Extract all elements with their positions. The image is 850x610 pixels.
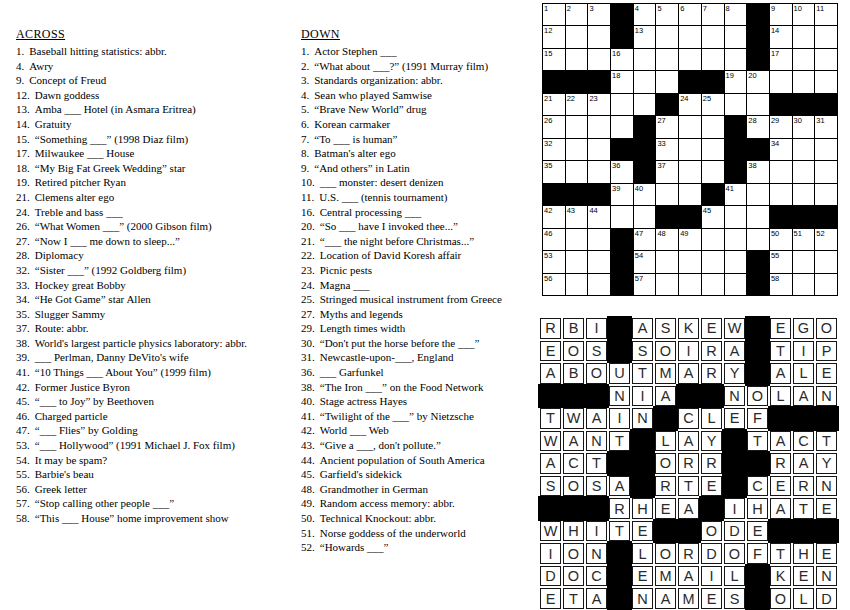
entry-cell[interactable] bbox=[566, 229, 588, 250]
clue: 21.Clemens alter ego bbox=[16, 190, 298, 205]
clue: 38.World's largest particle physics labo… bbox=[16, 336, 298, 351]
clue-number: 44. bbox=[301, 453, 315, 468]
clue-number: 21. bbox=[301, 234, 315, 249]
entry-cell[interactable]: 28 bbox=[747, 116, 769, 137]
entry-cell[interactable] bbox=[566, 251, 588, 272]
entry-cell[interactable]: 32 bbox=[543, 139, 565, 160]
entry-cell[interactable]: 36 bbox=[611, 161, 633, 182]
solution-cell: O bbox=[586, 363, 607, 384]
clue-number: 14. bbox=[16, 117, 30, 132]
entry-cell[interactable] bbox=[702, 49, 724, 70]
entry-cell[interactable] bbox=[702, 116, 724, 137]
entry-cell[interactable] bbox=[702, 229, 724, 250]
solution-cell: E bbox=[770, 318, 791, 339]
solution-cell: A bbox=[678, 431, 699, 452]
clue-number: 4. bbox=[16, 59, 24, 74]
entry-cell[interactable] bbox=[793, 71, 815, 92]
solution-cell: I bbox=[540, 543, 561, 564]
entry-cell[interactable] bbox=[588, 26, 610, 47]
entry-cell[interactable]: 26 bbox=[543, 116, 565, 137]
entry-cell[interactable] bbox=[679, 26, 701, 47]
block-cell bbox=[586, 498, 607, 519]
entry-cell[interactable] bbox=[566, 139, 588, 160]
entry-cell[interactable] bbox=[815, 274, 837, 295]
block-cell bbox=[678, 521, 699, 542]
entry-cell[interactable] bbox=[588, 161, 610, 182]
across-clues-panel: ACROSS 1.Baseball hitting statistics: ab… bbox=[16, 27, 298, 526]
clue: 9.“And others” in Latin bbox=[301, 161, 549, 176]
entry-cell[interactable]: 18 bbox=[611, 71, 633, 92]
entry-cell[interactable] bbox=[656, 49, 678, 70]
entry-cell[interactable]: 45 bbox=[702, 206, 724, 227]
entry-cell[interactable] bbox=[588, 251, 610, 272]
block-cell bbox=[816, 408, 837, 429]
clue-text: “He Got Game” star Allen bbox=[35, 293, 151, 305]
clue-number: 10. bbox=[301, 175, 315, 190]
entry-cell[interactable] bbox=[679, 49, 701, 70]
entry-cell[interactable]: 57 bbox=[634, 274, 656, 295]
clue-number: 16. bbox=[301, 205, 315, 220]
entry-cell[interactable]: 19 bbox=[725, 71, 747, 92]
entry-cell[interactable] bbox=[793, 139, 815, 160]
clue: 27.“Now I ___ me down to sleep...” bbox=[16, 234, 298, 249]
clue-text: “Sister ___” (1992 Goldberg film) bbox=[35, 264, 186, 276]
solution-cell: O bbox=[770, 588, 791, 609]
clue-text: Hockey great Bobby bbox=[35, 279, 126, 291]
entry-cell[interactable] bbox=[656, 274, 678, 295]
entry-cell[interactable] bbox=[611, 116, 633, 137]
solution-cell: Y bbox=[724, 363, 745, 384]
block-cell bbox=[747, 588, 768, 609]
entry-cell[interactable]: 34 bbox=[770, 139, 792, 160]
clue-text: “This ___ House” home improvement show bbox=[35, 512, 229, 524]
entry-cell[interactable]: 29 bbox=[770, 116, 792, 137]
entry-cell[interactable] bbox=[747, 184, 769, 205]
solution-cell: M bbox=[678, 588, 699, 609]
entry-cell[interactable]: 9 bbox=[770, 4, 792, 25]
entry-cell[interactable] bbox=[815, 139, 837, 160]
entry-cell[interactable]: 56 bbox=[543, 274, 565, 295]
entry-cell[interactable] bbox=[634, 94, 656, 115]
entry-cell[interactable]: 10 bbox=[793, 4, 815, 25]
cell-number: 43 bbox=[567, 206, 575, 215]
solution-cell: C bbox=[793, 431, 814, 452]
down-clue-list: 1.Actor Stephen ___2.“What about ___?” (… bbox=[301, 44, 549, 555]
clue-text: Newcastle-upon-___, England bbox=[320, 351, 454, 363]
clue-text: Actor Stephen ___ bbox=[314, 45, 396, 57]
cell-number: 22 bbox=[567, 94, 575, 103]
clue: 10.___ monster: desert denizen bbox=[301, 175, 549, 190]
entry-cell[interactable] bbox=[679, 274, 701, 295]
entry-cell[interactable] bbox=[793, 274, 815, 295]
entry-cell[interactable] bbox=[679, 251, 701, 272]
solution-cell: T bbox=[632, 363, 653, 384]
entry-cell[interactable]: 37 bbox=[656, 161, 678, 182]
cell-number: 31 bbox=[816, 116, 824, 125]
entry-cell[interactable] bbox=[611, 206, 633, 227]
cell-number: 21 bbox=[544, 94, 552, 103]
clue-number: 31. bbox=[301, 350, 315, 365]
solution-cell: D bbox=[540, 566, 561, 587]
clue: 2.“What about ___?” (1991 Murray film) bbox=[301, 59, 549, 74]
entry-cell[interactable] bbox=[588, 229, 610, 250]
solution-cell: F bbox=[747, 408, 768, 429]
entry-cell[interactable] bbox=[793, 184, 815, 205]
entry-cell[interactable]: 27 bbox=[656, 116, 678, 137]
entry-cell[interactable] bbox=[747, 229, 769, 250]
entry-cell[interactable]: 5 bbox=[656, 4, 678, 25]
clue-number: 41. bbox=[301, 409, 315, 424]
entry-cell[interactable] bbox=[656, 71, 678, 92]
entry-cell[interactable] bbox=[566, 26, 588, 47]
entry-cell[interactable]: 55 bbox=[770, 251, 792, 272]
entry-cell[interactable] bbox=[815, 251, 837, 272]
entry-cell[interactable] bbox=[566, 116, 588, 137]
clue-number: 43. bbox=[301, 438, 315, 453]
clue-number: 39. bbox=[16, 350, 30, 365]
entry-cell[interactable] bbox=[793, 26, 815, 47]
clue: 16.Central processing ___ bbox=[301, 205, 549, 220]
cell-number: 19 bbox=[726, 71, 734, 80]
entry-cell[interactable] bbox=[702, 161, 724, 182]
entry-cell[interactable]: 23 bbox=[588, 94, 610, 115]
cell-number: 51 bbox=[794, 229, 802, 238]
entry-cell[interactable] bbox=[815, 49, 837, 70]
solution-cell: O bbox=[563, 543, 584, 564]
solution-cell: N bbox=[586, 431, 607, 452]
entry-cell[interactable]: 39 bbox=[611, 184, 633, 205]
entry-cell[interactable]: 49 bbox=[679, 229, 701, 250]
solution-cell: E bbox=[701, 588, 722, 609]
clue: 20.“So ___ have I invoked thee...” bbox=[301, 219, 549, 234]
solution-cell: A bbox=[540, 453, 561, 474]
entry-cell[interactable] bbox=[725, 26, 747, 47]
block-cell bbox=[611, 251, 633, 272]
block-cell bbox=[611, 139, 633, 160]
block-cell bbox=[747, 49, 769, 70]
solution-cell: Y bbox=[701, 431, 722, 452]
entry-cell[interactable] bbox=[566, 49, 588, 70]
clue: 49.Random access memory: abbr. bbox=[301, 496, 549, 511]
entry-cell[interactable] bbox=[588, 116, 610, 137]
solution-cell: R bbox=[701, 453, 722, 474]
entry-cell[interactable]: 50 bbox=[770, 229, 792, 250]
entry-cell[interactable]: 24 bbox=[679, 94, 701, 115]
entry-cell[interactable]: 21 bbox=[543, 94, 565, 115]
solution-cell: K bbox=[678, 318, 699, 339]
solution-cell: U bbox=[609, 363, 630, 384]
solution-cell: N bbox=[632, 408, 653, 429]
entry-cell[interactable]: 13 bbox=[634, 26, 656, 47]
block-cell bbox=[609, 341, 630, 362]
solution-cell: A bbox=[770, 498, 791, 519]
clue-number: 1. bbox=[301, 44, 309, 59]
entry-cell[interactable] bbox=[679, 116, 701, 137]
solution-cell: S bbox=[632, 341, 653, 362]
entry-cell[interactable] bbox=[702, 251, 724, 272]
clue: 4.Sean who played Samwise bbox=[301, 88, 549, 103]
solution-cell: E bbox=[747, 521, 768, 542]
entry-cell[interactable] bbox=[725, 229, 747, 250]
clue: 30.“Don't put the horse before the ___” bbox=[301, 336, 549, 351]
clue-number: 20. bbox=[301, 219, 315, 234]
clue: 33.Hockey great Bobby bbox=[16, 278, 298, 293]
entry-cell[interactable]: 25 bbox=[702, 94, 724, 115]
clue-text: “___ the night before Christmas...” bbox=[320, 235, 474, 247]
entry-cell[interactable] bbox=[770, 161, 792, 182]
entry-cell[interactable]: 48 bbox=[656, 229, 678, 250]
cell-number: 42 bbox=[544, 206, 552, 215]
clue-text: Ancient population of South America bbox=[320, 454, 485, 466]
entry-cell[interactable]: 11 bbox=[815, 4, 837, 25]
clue-text: Route: abbr. bbox=[35, 322, 89, 334]
clue-text: “Stop calling other people ___” bbox=[35, 497, 174, 509]
entry-cell[interactable]: 12 bbox=[543, 26, 565, 47]
entry-cell[interactable] bbox=[588, 49, 610, 70]
entry-cell[interactable]: 54 bbox=[634, 251, 656, 272]
solution-cell: D bbox=[701, 543, 722, 564]
entry-cell[interactable] bbox=[747, 206, 769, 227]
solution-cell: E bbox=[816, 543, 837, 564]
solution-cell: M bbox=[655, 566, 676, 587]
clue-number: 34. bbox=[16, 292, 30, 307]
entry-cell[interactable]: 7 bbox=[702, 4, 724, 25]
solution-cell: R bbox=[701, 341, 722, 362]
cell-number: 18 bbox=[612, 71, 620, 80]
solution-cell: E bbox=[540, 588, 561, 609]
solution-cell: R bbox=[609, 498, 630, 519]
entry-cell[interactable] bbox=[611, 94, 633, 115]
solved-grid: RBIASKEWEGOEOSSOIRATIPABOUTMARYALENIANOL… bbox=[540, 318, 837, 609]
cell-number: 29 bbox=[771, 116, 779, 125]
clue-text: “___ Flies” by Golding bbox=[35, 424, 138, 436]
solution-cell: W bbox=[540, 431, 561, 452]
clue-number: 55. bbox=[16, 467, 30, 482]
cell-number: 36 bbox=[612, 161, 620, 170]
entry-cell[interactable] bbox=[815, 26, 837, 47]
entry-cell[interactable] bbox=[725, 206, 747, 227]
block-cell bbox=[770, 206, 792, 227]
cell-number: 38 bbox=[748, 161, 756, 170]
entry-cell[interactable] bbox=[815, 161, 837, 182]
solution-cell: E bbox=[540, 341, 561, 362]
entry-cell[interactable] bbox=[588, 139, 610, 160]
entry-cell[interactable]: 16 bbox=[611, 49, 633, 70]
cell-number: 24 bbox=[680, 94, 688, 103]
clue: 23.Picnic pests bbox=[301, 263, 549, 278]
block-cell bbox=[747, 139, 769, 160]
entry-cell[interactable]: 43 bbox=[566, 206, 588, 227]
clue: 45.Garfield's sidekick bbox=[301, 467, 549, 482]
clue: 6.Korean carmaker bbox=[301, 117, 549, 132]
clue-text: Picnic pests bbox=[320, 264, 372, 276]
entry-cell[interactable] bbox=[679, 184, 701, 205]
clue-number: 45. bbox=[301, 467, 315, 482]
entry-cell[interactable]: 30 bbox=[793, 116, 815, 137]
solution-cell: T bbox=[793, 498, 814, 519]
entry-cell[interactable]: 47 bbox=[634, 229, 656, 250]
clue: 46.Charged particle bbox=[16, 409, 298, 424]
entry-cell[interactable]: 1 bbox=[543, 4, 565, 25]
clue: 41.“10 Things ___ About You” (1999 film) bbox=[16, 365, 298, 380]
crossword-page: ACROSS 1.Baseball hitting statistics: ab… bbox=[0, 0, 850, 610]
clue-number: 9. bbox=[16, 73, 24, 88]
clue: 39.___ Perlman, Danny DeVito's wife bbox=[16, 350, 298, 365]
entry-cell[interactable] bbox=[747, 94, 769, 115]
entry-cell[interactable] bbox=[702, 26, 724, 47]
clue-number: 6. bbox=[301, 117, 309, 132]
clue-text: “My Big Fat Greek Wedding” star bbox=[35, 162, 186, 174]
entry-cell[interactable] bbox=[793, 49, 815, 70]
block-cell bbox=[655, 521, 676, 542]
solution-cell: A bbox=[793, 453, 814, 474]
block-cell bbox=[793, 408, 814, 429]
cell-number: 20 bbox=[748, 71, 756, 80]
solution-cell: T bbox=[816, 431, 837, 452]
entry-cell[interactable]: 44 bbox=[588, 206, 610, 227]
entry-cell[interactable] bbox=[566, 161, 588, 182]
clue: 47.“___ Flies” by Golding bbox=[16, 423, 298, 438]
entry-cell[interactable]: 41 bbox=[725, 184, 747, 205]
entry-cell[interactable] bbox=[793, 251, 815, 272]
cell-number: 26 bbox=[544, 116, 552, 125]
entry-cell[interactable]: 20 bbox=[747, 71, 769, 92]
clue-text: U.S. ___ (tennis tournament) bbox=[319, 191, 447, 203]
entry-cell[interactable]: 51 bbox=[793, 229, 815, 250]
solution-cell: E bbox=[701, 318, 722, 339]
entry-cell[interactable]: 4 bbox=[634, 4, 656, 25]
clue: 15.“Something ___” (1998 Diaz film) bbox=[16, 132, 298, 147]
entry-cell[interactable] bbox=[679, 139, 701, 160]
entry-cell[interactable] bbox=[702, 274, 724, 295]
clue: 48.Grandmother in German bbox=[301, 482, 549, 497]
block-cell bbox=[611, 274, 633, 295]
entry-cell[interactable]: 53 bbox=[543, 251, 565, 272]
clue-number: 21. bbox=[16, 190, 30, 205]
solution-cell: T bbox=[678, 476, 699, 497]
block-cell bbox=[724, 431, 745, 452]
block-cell bbox=[609, 566, 630, 587]
solution-cell: S bbox=[586, 476, 607, 497]
entry-cell[interactable] bbox=[634, 206, 656, 227]
clue-number: 15. bbox=[16, 132, 30, 147]
entry-cell[interactable] bbox=[725, 94, 747, 115]
cell-number: 12 bbox=[544, 26, 552, 35]
entry-cell[interactable]: 38 bbox=[747, 161, 769, 182]
entry-cell[interactable] bbox=[725, 251, 747, 272]
block-cell bbox=[563, 498, 584, 519]
solution-cell: C bbox=[586, 566, 607, 587]
entry-cell[interactable]: 58 bbox=[770, 274, 792, 295]
entry-cell[interactable]: 31 bbox=[815, 116, 837, 137]
entry-cell[interactable]: 46 bbox=[543, 229, 565, 250]
clue-text: Retired pitcher Ryan bbox=[35, 176, 126, 188]
entry-cell[interactable]: 14 bbox=[770, 26, 792, 47]
cell-number: 35 bbox=[544, 161, 552, 170]
cell-number: 46 bbox=[544, 229, 552, 238]
entry-cell[interactable]: 2 bbox=[566, 4, 588, 25]
cell-number: 2 bbox=[567, 4, 571, 13]
clue-number: 50. bbox=[301, 511, 315, 526]
entry-cell[interactable]: 35 bbox=[543, 161, 565, 182]
block-cell bbox=[563, 386, 584, 407]
entry-cell[interactable]: 8 bbox=[725, 4, 747, 25]
entry-cell[interactable] bbox=[656, 251, 678, 272]
block-cell bbox=[702, 184, 724, 205]
entry-cell[interactable]: 40 bbox=[634, 184, 656, 205]
cell-number: 16 bbox=[612, 49, 620, 58]
block-cell bbox=[793, 94, 815, 115]
entry-cell[interactable] bbox=[702, 139, 724, 160]
solution-cell: R bbox=[678, 543, 699, 564]
clue-text: “To ___ is human” bbox=[314, 133, 397, 145]
clue-number: 24. bbox=[16, 205, 30, 220]
entry-cell[interactable] bbox=[634, 49, 656, 70]
entry-cell[interactable]: 3 bbox=[588, 4, 610, 25]
clue: 40.Stage actress Hayes bbox=[301, 394, 549, 409]
clue: 17.Milwaukee ___ House bbox=[16, 146, 298, 161]
block-cell bbox=[609, 588, 630, 609]
cell-number: 50 bbox=[771, 229, 779, 238]
block-cell bbox=[609, 543, 630, 564]
entry-cell[interactable]: 33 bbox=[656, 139, 678, 160]
entry-cell[interactable]: 42 bbox=[543, 206, 565, 227]
clue: 21.“___ the night before Christmas...” bbox=[301, 234, 549, 249]
clue: 58.“This ___ House” home improvement sho… bbox=[16, 511, 298, 526]
clue-text: Greek letter bbox=[35, 483, 87, 495]
entry-cell[interactable] bbox=[656, 26, 678, 47]
entry-cell[interactable]: 17 bbox=[770, 49, 792, 70]
entry-cell[interactable] bbox=[725, 274, 747, 295]
entry-cell[interactable]: 52 bbox=[815, 229, 837, 250]
cell-number: 52 bbox=[816, 229, 824, 238]
entry-cell[interactable] bbox=[770, 184, 792, 205]
clue-number: 29. bbox=[301, 321, 315, 336]
entry-cell[interactable] bbox=[815, 71, 837, 92]
clue-text: It may be spam? bbox=[35, 454, 107, 466]
entry-cell[interactable] bbox=[815, 184, 837, 205]
clue: 34.“He Got Game” star Allen bbox=[16, 292, 298, 307]
clue-text: Former Justice Byron bbox=[35, 381, 130, 393]
clue-number: 11. bbox=[301, 190, 314, 205]
clue-text: “Twilight of the ___” by Nietzsche bbox=[320, 410, 474, 422]
entry-cell[interactable] bbox=[793, 161, 815, 182]
clue-number: 33. bbox=[16, 278, 30, 293]
solution-cell: N bbox=[632, 588, 653, 609]
entry-cell[interactable] bbox=[656, 184, 678, 205]
clue-text: Clemens alter ego bbox=[35, 191, 114, 203]
clue-text: Myths and legends bbox=[320, 308, 403, 320]
entry-cell[interactable] bbox=[725, 49, 747, 70]
entry-cell[interactable]: 6 bbox=[679, 4, 701, 25]
solution-cell: A bbox=[655, 588, 676, 609]
clue-text: Slugger Sammy bbox=[35, 308, 106, 320]
solution-cell: T bbox=[563, 588, 584, 609]
entry-cell[interactable]: 22 bbox=[566, 94, 588, 115]
clue-number: 45. bbox=[16, 394, 30, 409]
solution-cell: I bbox=[678, 341, 699, 362]
entry-cell[interactable] bbox=[770, 71, 792, 92]
solution-cell: G bbox=[793, 318, 814, 339]
clue-text: Central processing ___ bbox=[320, 206, 421, 218]
entry-cell[interactable] bbox=[566, 274, 588, 295]
entry-cell[interactable] bbox=[679, 161, 701, 182]
solution-cell: A bbox=[632, 318, 653, 339]
entry-cell[interactable] bbox=[588, 274, 610, 295]
cell-number: 34 bbox=[771, 139, 779, 148]
entry-cell[interactable] bbox=[634, 71, 656, 92]
entry-cell[interactable]: 15 bbox=[543, 49, 565, 70]
